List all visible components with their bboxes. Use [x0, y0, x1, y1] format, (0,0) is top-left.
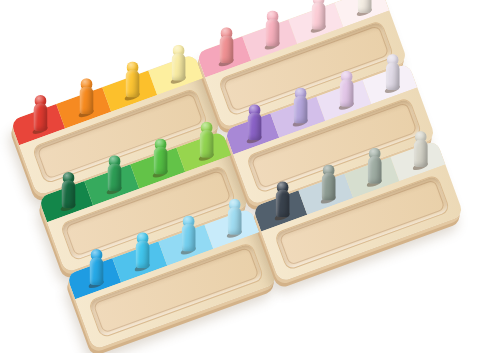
peg-body-bright-green: [153, 147, 167, 175]
peg-body-purple: [247, 112, 261, 140]
peg-body-orange: [79, 86, 93, 114]
peg-warm-pale-yellow[interactable]: [171, 45, 185, 81]
peg-body-green: [107, 163, 121, 191]
peg-gray-gray-green[interactable]: [321, 165, 335, 201]
peg-body-azure-blue: [89, 257, 103, 285]
boards-grid: [10, 0, 464, 350]
peg-body-pink: [265, 19, 279, 47]
peg-blue-pale-blue[interactable]: [227, 199, 241, 235]
peg-purple-lavender[interactable]: [293, 88, 307, 124]
peg-blue-light-sky-blue[interactable]: [181, 216, 195, 252]
peg-body-red: [33, 103, 47, 131]
peg-body-lavender: [293, 96, 307, 124]
peg-purple-pale-lavender-gray[interactable]: [385, 54, 399, 90]
peg-blue-cyan-blue[interactable]: [135, 233, 149, 269]
peg-body-cyan-blue: [135, 241, 149, 269]
peg-body-dark-green: [61, 180, 75, 208]
peg-body-lime-green: [199, 130, 213, 158]
peg-warm-red[interactable]: [33, 95, 47, 131]
peg-body-pale-blue: [227, 207, 241, 235]
peg-body-gray-green: [321, 173, 335, 201]
peg-purple-lilac[interactable]: [339, 71, 353, 107]
peg-body-cream-white: [357, 0, 371, 13]
peg-blue-azure-blue[interactable]: [89, 249, 103, 285]
product-photo: [0, 0, 500, 353]
peg-pink-pink[interactable]: [265, 11, 279, 47]
peg-pink-rose-pink[interactable]: [219, 27, 233, 63]
peg-green-dark-green[interactable]: [61, 172, 75, 208]
peg-body-light-stone-gray: [413, 139, 427, 167]
peg-gray-light-stone-gray[interactable]: [413, 131, 427, 167]
peg-warm-golden-yellow[interactable]: [125, 62, 139, 98]
peg-body-lilac: [339, 79, 353, 107]
peg-body-light-sky-blue: [181, 224, 195, 252]
peg-pink-cream-white[interactable]: [357, 0, 371, 13]
peg-body-rose-pink: [219, 35, 233, 63]
peg-body-charcoal: [275, 190, 289, 218]
peg-green-lime-green[interactable]: [199, 122, 213, 158]
peg-pink-light-pink[interactable]: [311, 0, 325, 30]
peg-warm-orange[interactable]: [79, 78, 93, 114]
peg-green-green[interactable]: [107, 155, 121, 191]
peg-gray-sage-gray[interactable]: [367, 148, 381, 184]
peg-body-sage-gray: [367, 156, 381, 184]
peg-green-bright-green[interactable]: [153, 139, 167, 175]
peg-body-pale-lavender-gray: [385, 62, 399, 90]
peg-body-light-pink: [311, 2, 325, 30]
peg-body-pale-yellow: [171, 53, 185, 81]
peg-body-golden-yellow: [125, 70, 139, 98]
peg-purple-purple[interactable]: [247, 104, 261, 140]
peg-gray-charcoal[interactable]: [275, 182, 289, 218]
